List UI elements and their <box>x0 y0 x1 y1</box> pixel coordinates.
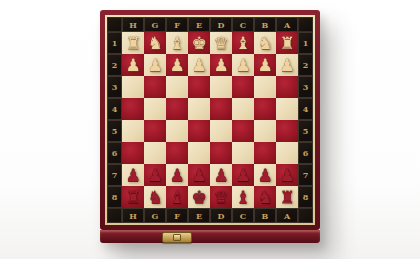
square-g1[interactable]: ♞ <box>144 32 166 54</box>
piece-black-bishop[interactable]: ♝ <box>169 186 184 208</box>
square-d5[interactable] <box>210 120 232 142</box>
piece-white-bishop[interactable]: ♝ <box>235 32 250 54</box>
square-g4[interactable] <box>144 98 166 120</box>
file-label-g-bottom: G <box>144 208 166 223</box>
square-g6[interactable] <box>144 142 166 164</box>
square-b4[interactable] <box>254 98 276 120</box>
square-c4[interactable] <box>232 98 254 120</box>
corner-tile <box>107 208 122 223</box>
square-b5[interactable] <box>254 120 276 142</box>
brass-clasp-icon[interactable] <box>162 232 192 243</box>
piece-white-pawn[interactable]: ♟ <box>235 54 250 76</box>
piece-black-rook[interactable]: ♜ <box>279 186 294 208</box>
square-b2[interactable]: ♟ <box>254 54 276 76</box>
square-d8[interactable]: ♛ <box>210 186 232 208</box>
square-e6[interactable] <box>188 142 210 164</box>
file-label-c-bottom: C <box>232 208 254 223</box>
square-f3[interactable] <box>166 76 188 98</box>
file-label-e-bottom: E <box>188 208 210 223</box>
rank-label-3-right: 3 <box>298 76 313 98</box>
square-g2[interactable]: ♟ <box>144 54 166 76</box>
piece-white-rook[interactable]: ♜ <box>279 32 294 54</box>
file-label-a-top: A <box>276 17 298 32</box>
square-d2[interactable]: ♟ <box>210 54 232 76</box>
file-label-b-bottom: B <box>254 208 276 223</box>
square-d4[interactable] <box>210 98 232 120</box>
file-label-a-bottom: A <box>276 208 298 223</box>
file-label-f-top: F <box>166 17 188 32</box>
square-c1[interactable]: ♝ <box>232 32 254 54</box>
file-label-f-bottom: F <box>166 208 188 223</box>
file-label-d-bottom: D <box>210 208 232 223</box>
rank-label-4-left: 4 <box>107 98 122 120</box>
square-d3[interactable] <box>210 76 232 98</box>
square-e8[interactable]: ♚ <box>188 186 210 208</box>
square-f5[interactable] <box>166 120 188 142</box>
file-label-h-bottom: H <box>122 208 144 223</box>
rank-label-4-right: 4 <box>298 98 313 120</box>
file-label-c-top: C <box>232 17 254 32</box>
square-f8[interactable]: ♝ <box>166 186 188 208</box>
corner-tile <box>298 208 313 223</box>
piece-white-pawn[interactable]: ♟ <box>257 54 272 76</box>
square-e3[interactable] <box>188 76 210 98</box>
rank-label-8-right: 8 <box>298 186 313 208</box>
piece-white-pawn[interactable]: ♟ <box>191 54 206 76</box>
cream-trim: HGFEDCBA1♜♞♝♚♛♝♞♜12♟♟♟♟♟♟♟♟2334455667♟♟♟… <box>105 15 315 225</box>
square-c7[interactable]: ♟ <box>232 164 254 186</box>
chess-set: HGFEDCBA1♜♞♝♚♛♝♞♜12♟♟♟♟♟♟♟♟2334455667♟♟♟… <box>100 10 320 243</box>
square-a3[interactable] <box>276 76 298 98</box>
corner-tile <box>107 17 122 32</box>
rank-label-2-left: 2 <box>107 54 122 76</box>
piece-black-queen[interactable]: ♛ <box>213 186 228 208</box>
square-c8[interactable]: ♝ <box>232 186 254 208</box>
square-d1[interactable]: ♛ <box>210 32 232 54</box>
square-e4[interactable] <box>188 98 210 120</box>
square-a7[interactable]: ♟ <box>276 164 298 186</box>
square-e7[interactable]: ♟ <box>188 164 210 186</box>
square-g8[interactable]: ♞ <box>144 186 166 208</box>
square-h7[interactable]: ♟ <box>122 164 144 186</box>
square-g7[interactable]: ♟ <box>144 164 166 186</box>
piece-white-pawn[interactable]: ♟ <box>147 54 162 76</box>
square-a8[interactable]: ♜ <box>276 186 298 208</box>
piece-black-pawn[interactable]: ♟ <box>169 164 184 186</box>
piece-white-rook[interactable]: ♜ <box>125 32 140 54</box>
piece-black-rook[interactable]: ♜ <box>125 186 140 208</box>
square-b7[interactable]: ♟ <box>254 164 276 186</box>
file-label-e-top: E <box>188 17 210 32</box>
chess-board: HGFEDCBA1♜♞♝♚♛♝♞♜12♟♟♟♟♟♟♟♟2334455667♟♟♟… <box>107 17 313 223</box>
square-h3[interactable] <box>122 76 144 98</box>
square-h8[interactable]: ♜ <box>122 186 144 208</box>
piece-white-knight[interactable]: ♞ <box>257 32 272 54</box>
square-f1[interactable]: ♝ <box>166 32 188 54</box>
square-a1[interactable]: ♜ <box>276 32 298 54</box>
square-c3[interactable] <box>232 76 254 98</box>
wooden-frame: HGFEDCBA1♜♞♝♚♛♝♞♜12♟♟♟♟♟♟♟♟2334455667♟♟♟… <box>100 10 320 230</box>
file-label-d-top: D <box>210 17 232 32</box>
rank-label-3-left: 3 <box>107 76 122 98</box>
rank-label-8-left: 8 <box>107 186 122 208</box>
piece-black-knight[interactable]: ♞ <box>257 186 272 208</box>
piece-black-bishop[interactable]: ♝ <box>235 186 250 208</box>
piece-black-pawn[interactable]: ♟ <box>213 164 228 186</box>
square-c6[interactable] <box>232 142 254 164</box>
square-e2[interactable]: ♟ <box>188 54 210 76</box>
rank-label-2-right: 2 <box>298 54 313 76</box>
square-g3[interactable] <box>144 76 166 98</box>
square-h2[interactable]: ♟ <box>122 54 144 76</box>
piece-black-pawn[interactable]: ♟ <box>125 164 140 186</box>
square-h4[interactable] <box>122 98 144 120</box>
square-f4[interactable] <box>166 98 188 120</box>
square-f2[interactable]: ♟ <box>166 54 188 76</box>
rank-label-6-left: 6 <box>107 142 122 164</box>
square-a4[interactable] <box>276 98 298 120</box>
rank-label-5-left: 5 <box>107 120 122 142</box>
square-c2[interactable]: ♟ <box>232 54 254 76</box>
square-h1[interactable]: ♜ <box>122 32 144 54</box>
piece-white-pawn[interactable]: ♟ <box>169 54 184 76</box>
square-g5[interactable] <box>144 120 166 142</box>
square-d6[interactable] <box>210 142 232 164</box>
square-e1[interactable]: ♚ <box>188 32 210 54</box>
photo-background: HGFEDCBA1♜♞♝♚♛♝♞♜12♟♟♟♟♟♟♟♟2334455667♟♟♟… <box>0 0 420 259</box>
piece-black-pawn[interactable]: ♟ <box>279 164 294 186</box>
square-a5[interactable] <box>276 120 298 142</box>
corner-tile <box>298 17 313 32</box>
square-d7[interactable]: ♟ <box>210 164 232 186</box>
square-h6[interactable] <box>122 142 144 164</box>
file-label-h-top: H <box>122 17 144 32</box>
square-h5[interactable] <box>122 120 144 142</box>
piece-black-pawn[interactable]: ♟ <box>235 164 250 186</box>
square-a6[interactable] <box>276 142 298 164</box>
file-label-g-top: G <box>144 17 166 32</box>
piece-white-king[interactable]: ♚ <box>191 32 206 54</box>
piece-black-pawn[interactable]: ♟ <box>147 164 162 186</box>
piece-white-knight[interactable]: ♞ <box>147 32 162 54</box>
piece-white-pawn[interactable]: ♟ <box>279 54 294 76</box>
square-b6[interactable] <box>254 142 276 164</box>
rank-label-1-right: 1 <box>298 32 313 54</box>
piece-black-pawn[interactable]: ♟ <box>257 164 272 186</box>
folding-board-front-edge <box>100 230 320 243</box>
square-a2[interactable]: ♟ <box>276 54 298 76</box>
square-b3[interactable] <box>254 76 276 98</box>
square-c5[interactable] <box>232 120 254 142</box>
rank-label-1-left: 1 <box>107 32 122 54</box>
rank-label-6-right: 6 <box>298 142 313 164</box>
piece-white-bishop[interactable]: ♝ <box>169 32 184 54</box>
file-label-b-top: B <box>254 17 276 32</box>
piece-black-knight[interactable]: ♞ <box>147 186 162 208</box>
square-f6[interactable] <box>166 142 188 164</box>
piece-white-queen[interactable]: ♛ <box>213 32 228 54</box>
square-e5[interactable] <box>188 120 210 142</box>
piece-white-pawn[interactable]: ♟ <box>125 54 140 76</box>
rank-label-7-left: 7 <box>107 164 122 186</box>
square-b1[interactable]: ♞ <box>254 32 276 54</box>
square-f7[interactable]: ♟ <box>166 164 188 186</box>
piece-black-king[interactable]: ♚ <box>191 186 206 208</box>
rank-label-5-right: 5 <box>298 120 313 142</box>
rank-label-7-right: 7 <box>298 164 313 186</box>
piece-white-pawn[interactable]: ♟ <box>213 54 228 76</box>
square-b8[interactable]: ♞ <box>254 186 276 208</box>
piece-black-pawn[interactable]: ♟ <box>191 164 206 186</box>
